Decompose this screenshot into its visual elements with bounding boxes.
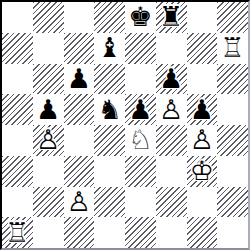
piece-white-pawn-f5[interactable]: ♟♙ xyxy=(156,94,187,125)
piece-white-knight-e4[interactable]: ♞♘ xyxy=(125,125,156,156)
piece-black-pawn-b5[interactable]: ♟♟ xyxy=(33,94,64,125)
black-pawn-icon: ♟ xyxy=(190,96,214,123)
square-h8[interactable] xyxy=(217,2,248,33)
square-c7[interactable] xyxy=(64,33,95,64)
square-d2[interactable] xyxy=(94,187,125,218)
square-b1[interactable] xyxy=(33,217,64,248)
square-h1[interactable] xyxy=(217,217,248,248)
square-d7[interactable]: ♝♝ xyxy=(94,33,125,64)
black-king-icon: ♚ xyxy=(128,3,152,30)
piece-white-king-g3[interactable]: ♚♔ xyxy=(187,156,218,187)
black-rook-icon: ♜ xyxy=(159,3,183,30)
square-e3[interactable] xyxy=(125,156,156,187)
piece-black-pawn-f6[interactable]: ♟♟ xyxy=(156,64,187,95)
square-a7[interactable] xyxy=(2,33,33,64)
chess-board: ♚♚♜♜♝♝♜♖♟♟♟♟♟♟♞♞♟♟♟♙♟♟♟♙♞♘♟♙♚♔♟♙♜♖ xyxy=(0,0,250,250)
square-d3[interactable] xyxy=(94,156,125,187)
piece-white-rook-a1[interactable]: ♜♖ xyxy=(2,217,33,248)
square-e6[interactable] xyxy=(125,64,156,95)
piece-white-pawn-c2[interactable]: ♟♙ xyxy=(64,187,95,218)
square-b6[interactable] xyxy=(33,64,64,95)
piece-black-rook-f8[interactable]: ♜♜ xyxy=(156,2,187,33)
square-a6[interactable] xyxy=(2,64,33,95)
square-h2[interactable] xyxy=(217,187,248,218)
square-h6[interactable] xyxy=(217,64,248,95)
square-b8[interactable] xyxy=(33,2,64,33)
black-pawn-icon: ♟ xyxy=(128,96,152,123)
square-g6[interactable] xyxy=(187,64,218,95)
piece-white-rook-h7[interactable]: ♜♖ xyxy=(217,33,248,64)
black-knight-icon: ♞ xyxy=(98,96,122,123)
white-rook-icon: ♖ xyxy=(221,34,245,61)
square-g8[interactable] xyxy=(187,2,218,33)
square-h5[interactable] xyxy=(217,94,248,125)
square-h3[interactable] xyxy=(217,156,248,187)
piece-black-bishop-d7[interactable]: ♝♝ xyxy=(94,33,125,64)
square-d5[interactable]: ♞♞ xyxy=(94,94,125,125)
square-e2[interactable] xyxy=(125,187,156,218)
black-pawn-icon: ♟ xyxy=(159,65,183,92)
square-d8[interactable] xyxy=(94,2,125,33)
square-a2[interactable] xyxy=(2,187,33,218)
square-f5[interactable]: ♟♙ xyxy=(156,94,187,125)
square-a8[interactable] xyxy=(2,2,33,33)
square-f3[interactable] xyxy=(156,156,187,187)
square-g5[interactable]: ♟♟ xyxy=(187,94,218,125)
white-king-icon: ♔ xyxy=(190,157,214,184)
square-a1[interactable]: ♜♖ xyxy=(2,217,33,248)
white-pawn-icon: ♙ xyxy=(67,188,91,215)
square-f7[interactable] xyxy=(156,33,187,64)
piece-white-pawn-b4[interactable]: ♟♙ xyxy=(33,125,64,156)
square-h7[interactable]: ♜♖ xyxy=(217,33,248,64)
square-b5[interactable]: ♟♟ xyxy=(33,94,64,125)
white-rook-icon: ♖ xyxy=(5,219,29,246)
square-b2[interactable] xyxy=(33,187,64,218)
square-c2[interactable]: ♟♙ xyxy=(64,187,95,218)
white-pawn-icon: ♙ xyxy=(159,96,183,123)
square-c5[interactable] xyxy=(64,94,95,125)
square-g3[interactable]: ♚♔ xyxy=(187,156,218,187)
white-pawn-icon: ♙ xyxy=(190,126,214,153)
square-e8[interactable]: ♚♚ xyxy=(125,2,156,33)
square-f6[interactable]: ♟♟ xyxy=(156,64,187,95)
piece-black-pawn-e5[interactable]: ♟♟ xyxy=(125,94,156,125)
square-g1[interactable] xyxy=(187,217,218,248)
square-e4[interactable]: ♞♘ xyxy=(125,125,156,156)
square-d6[interactable] xyxy=(94,64,125,95)
square-g7[interactable] xyxy=(187,33,218,64)
square-b7[interactable] xyxy=(33,33,64,64)
square-g2[interactable] xyxy=(187,187,218,218)
square-f8[interactable]: ♜♜ xyxy=(156,2,187,33)
square-a4[interactable] xyxy=(2,125,33,156)
square-b4[interactable]: ♟♙ xyxy=(33,125,64,156)
square-c6[interactable]: ♟♟ xyxy=(64,64,95,95)
white-pawn-icon: ♙ xyxy=(36,126,60,153)
square-f4[interactable] xyxy=(156,125,187,156)
square-a3[interactable] xyxy=(2,156,33,187)
square-a5[interactable] xyxy=(2,94,33,125)
square-f2[interactable] xyxy=(156,187,187,218)
white-knight-icon: ♘ xyxy=(128,126,152,153)
square-c1[interactable] xyxy=(64,217,95,248)
piece-black-king-e8[interactable]: ♚♚ xyxy=(125,2,156,33)
piece-black-knight-d5[interactable]: ♞♞ xyxy=(94,94,125,125)
piece-white-pawn-g4[interactable]: ♟♙ xyxy=(187,125,218,156)
black-pawn-icon: ♟ xyxy=(36,96,60,123)
square-e1[interactable] xyxy=(125,217,156,248)
square-f1[interactable] xyxy=(156,217,187,248)
square-c8[interactable] xyxy=(64,2,95,33)
square-e5[interactable]: ♟♟ xyxy=(125,94,156,125)
piece-black-pawn-c6[interactable]: ♟♟ xyxy=(64,64,95,95)
black-pawn-icon: ♟ xyxy=(67,65,91,92)
square-b3[interactable] xyxy=(33,156,64,187)
square-d4[interactable] xyxy=(94,125,125,156)
square-h4[interactable] xyxy=(217,125,248,156)
square-c4[interactable] xyxy=(64,125,95,156)
piece-black-pawn-g5[interactable]: ♟♟ xyxy=(187,94,218,125)
square-e7[interactable] xyxy=(125,33,156,64)
square-c3[interactable] xyxy=(64,156,95,187)
black-bishop-icon: ♝ xyxy=(98,34,122,61)
square-g4[interactable]: ♟♙ xyxy=(187,125,218,156)
square-d1[interactable] xyxy=(94,217,125,248)
